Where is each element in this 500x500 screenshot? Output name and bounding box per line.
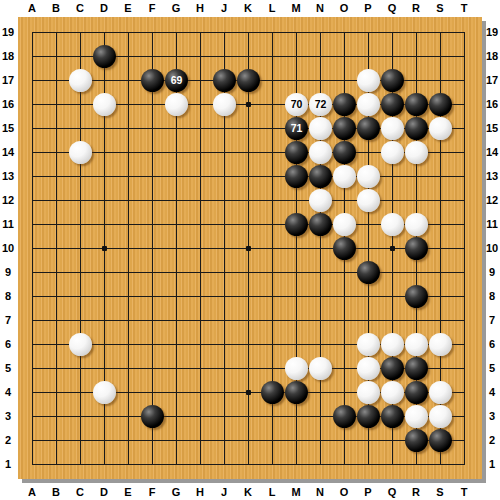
- stone-black-G17: [165, 69, 188, 92]
- stone-white-S3: [429, 405, 452, 428]
- coord-label-left-8: 8: [0, 289, 16, 303]
- stone-white-M16: [285, 93, 308, 116]
- grid-line-horizontal: [32, 320, 465, 321]
- stone-white-Q14: [381, 141, 404, 164]
- stone-white-N5: [309, 357, 332, 380]
- star-point-K4: [246, 390, 251, 395]
- stone-black-N13: [309, 165, 332, 188]
- coord-label-top-D: D: [92, 1, 116, 15]
- coord-label-bottom-A: A: [20, 485, 44, 499]
- coord-label-bottom-K: K: [236, 485, 260, 499]
- coord-label-top-M: M: [284, 1, 308, 15]
- coord-label-top-T: T: [452, 1, 476, 15]
- stone-black-M11: [285, 213, 308, 236]
- stone-white-Q11: [381, 213, 404, 236]
- stone-white-D4: [93, 381, 116, 404]
- stone-white-R14: [405, 141, 428, 164]
- coord-label-bottom-T: T: [452, 485, 476, 499]
- stone-black-R2: [405, 429, 428, 452]
- star-point-D10: [102, 246, 107, 251]
- stone-white-Q15: [381, 117, 404, 140]
- coord-label-top-F: F: [140, 1, 164, 15]
- coord-label-left-15: 15: [0, 121, 16, 135]
- stone-black-Q16: [381, 93, 404, 116]
- coord-label-top-N: N: [308, 1, 332, 15]
- grid-line-horizontal: [32, 272, 465, 273]
- grid-line-vertical: [464, 32, 465, 465]
- stone-black-S2: [429, 429, 452, 452]
- coord-label-left-16: 16: [0, 97, 16, 111]
- coord-label-top-Q: Q: [380, 1, 404, 15]
- coord-label-bottom-S: S: [428, 485, 452, 499]
- stone-white-J16: [213, 93, 236, 116]
- stone-white-Q6: [381, 333, 404, 356]
- coord-label-right-16: 16: [484, 97, 500, 111]
- stone-black-Q5: [381, 357, 404, 380]
- coord-label-top-K: K: [236, 1, 260, 15]
- coord-label-left-12: 12: [0, 193, 16, 207]
- coord-label-bottom-H: H: [188, 485, 212, 499]
- stone-black-S16: [429, 93, 452, 116]
- coord-label-left-11: 11: [0, 217, 16, 231]
- stone-white-R3: [405, 405, 428, 428]
- coord-label-left-19: 19: [0, 25, 16, 39]
- stone-black-K17: [237, 69, 260, 92]
- stone-black-O10: [333, 237, 356, 260]
- stone-white-P17: [357, 69, 380, 92]
- stone-white-O13: [333, 165, 356, 188]
- coord-label-top-B: B: [44, 1, 68, 15]
- stone-black-L4: [261, 381, 284, 404]
- stone-black-D18: [93, 45, 116, 68]
- coord-label-top-C: C: [68, 1, 92, 15]
- coord-label-right-19: 19: [484, 25, 500, 39]
- stone-white-Q4: [381, 381, 404, 404]
- stone-white-D16: [93, 93, 116, 116]
- coord-label-left-14: 14: [0, 145, 16, 159]
- coord-label-top-A: A: [20, 1, 44, 15]
- coord-label-right-2: 2: [484, 433, 500, 447]
- coord-label-top-P: P: [356, 1, 380, 15]
- stone-white-M5: [285, 357, 308, 380]
- coord-label-right-9: 9: [484, 265, 500, 279]
- stone-white-P5: [357, 357, 380, 380]
- stone-black-P3: [357, 405, 380, 428]
- coord-label-left-13: 13: [0, 169, 16, 183]
- coord-label-left-3: 3: [0, 409, 16, 423]
- coord-label-right-15: 15: [484, 121, 500, 135]
- coord-label-bottom-O: O: [332, 485, 356, 499]
- coord-label-top-O: O: [332, 1, 356, 15]
- coord-label-bottom-G: G: [164, 485, 188, 499]
- coord-label-left-10: 10: [0, 241, 16, 255]
- grid-line-horizontal: [32, 440, 465, 441]
- stone-black-P9: [357, 261, 380, 284]
- coord-label-right-4: 4: [484, 385, 500, 399]
- coord-label-bottom-D: D: [92, 485, 116, 499]
- coord-label-bottom-N: N: [308, 485, 332, 499]
- stone-black-O16: [333, 93, 356, 116]
- stone-black-R15: [405, 117, 428, 140]
- coord-label-bottom-P: P: [356, 485, 380, 499]
- coord-label-right-1: 1: [484, 457, 500, 471]
- stone-white-N15: [309, 117, 332, 140]
- coord-label-left-7: 7: [0, 313, 16, 327]
- stone-black-M4: [285, 381, 308, 404]
- coord-label-left-1: 1: [0, 457, 16, 471]
- coord-label-top-J: J: [212, 1, 236, 15]
- star-point-K16: [246, 102, 251, 107]
- stone-black-R16: [405, 93, 428, 116]
- stone-black-F17: [141, 69, 164, 92]
- coord-label-left-17: 17: [0, 73, 16, 87]
- stone-white-S6: [429, 333, 452, 356]
- coord-label-bottom-B: B: [44, 485, 68, 499]
- stone-black-F3: [141, 405, 164, 428]
- stone-black-Q17: [381, 69, 404, 92]
- star-point-K10: [246, 246, 251, 251]
- stone-white-S15: [429, 117, 452, 140]
- stone-white-C17: [69, 69, 92, 92]
- go-board-screenshot: AABBCCDDEEFFGGHHJJKKLLMMNNOOPPQQRRSSTT19…: [0, 0, 500, 500]
- stone-black-O14: [333, 141, 356, 164]
- coord-label-bottom-R: R: [404, 485, 428, 499]
- coord-label-left-18: 18: [0, 49, 16, 63]
- coord-label-right-5: 5: [484, 361, 500, 375]
- coord-label-right-7: 7: [484, 313, 500, 327]
- coord-label-bottom-E: E: [116, 485, 140, 499]
- stone-black-N11: [309, 213, 332, 236]
- coord-label-left-2: 2: [0, 433, 16, 447]
- stone-white-N14: [309, 141, 332, 164]
- star-point-Q10: [390, 246, 395, 251]
- coord-label-left-5: 5: [0, 361, 16, 375]
- coord-label-bottom-F: F: [140, 485, 164, 499]
- stone-black-M13: [285, 165, 308, 188]
- stone-black-R5: [405, 357, 428, 380]
- stone-black-M14: [285, 141, 308, 164]
- coord-label-right-11: 11: [484, 217, 500, 231]
- coord-label-right-12: 12: [484, 193, 500, 207]
- stone-white-P13: [357, 165, 380, 188]
- coord-label-bottom-M: M: [284, 485, 308, 499]
- coord-label-top-S: S: [428, 1, 452, 15]
- stone-black-O15: [333, 117, 356, 140]
- stone-black-J17: [213, 69, 236, 92]
- coord-label-right-13: 13: [484, 169, 500, 183]
- stone-black-O3: [333, 405, 356, 428]
- coord-label-right-18: 18: [484, 49, 500, 63]
- coord-label-right-17: 17: [484, 73, 500, 87]
- coord-label-right-8: 8: [484, 289, 500, 303]
- stone-white-R6: [405, 333, 428, 356]
- stone-black-P15: [357, 117, 380, 140]
- stone-black-M15: [285, 117, 308, 140]
- coord-label-top-R: R: [404, 1, 428, 15]
- stone-black-R4: [405, 381, 428, 404]
- stone-white-O11: [333, 213, 356, 236]
- stone-white-S4: [429, 381, 452, 404]
- coord-label-bottom-C: C: [68, 485, 92, 499]
- stone-white-C6: [69, 333, 92, 356]
- stone-black-Q3: [381, 405, 404, 428]
- stone-white-N16: [309, 93, 332, 116]
- coord-label-bottom-Q: Q: [380, 485, 404, 499]
- stone-black-R8: [405, 285, 428, 308]
- coord-label-bottom-J: J: [212, 485, 236, 499]
- coord-label-top-E: E: [116, 1, 140, 15]
- stone-white-P4: [357, 381, 380, 404]
- grid-line-horizontal: [32, 296, 465, 297]
- coord-label-right-6: 6: [484, 337, 500, 351]
- coord-label-left-6: 6: [0, 337, 16, 351]
- coord-label-top-H: H: [188, 1, 212, 15]
- stone-black-R10: [405, 237, 428, 260]
- coord-label-bottom-L: L: [260, 485, 284, 499]
- coord-label-top-L: L: [260, 1, 284, 15]
- grid-line-horizontal: [32, 464, 465, 465]
- stone-white-P12: [357, 189, 380, 212]
- coord-label-right-14: 14: [484, 145, 500, 159]
- stone-white-C14: [69, 141, 92, 164]
- stone-white-G16: [165, 93, 188, 116]
- stone-white-P6: [357, 333, 380, 356]
- stone-white-R11: [405, 213, 428, 236]
- coord-label-top-G: G: [164, 1, 188, 15]
- coord-label-left-4: 4: [0, 385, 16, 399]
- stone-white-P16: [357, 93, 380, 116]
- coord-label-right-10: 10: [484, 241, 500, 255]
- stone-white-N12: [309, 189, 332, 212]
- coord-label-left-9: 9: [0, 265, 16, 279]
- coord-label-right-3: 3: [484, 409, 500, 423]
